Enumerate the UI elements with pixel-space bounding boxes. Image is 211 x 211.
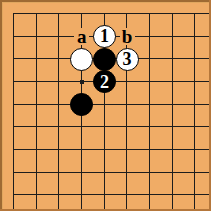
intersection-c5-r6 [93,116,116,139]
intersection-c6-r7 [116,138,139,161]
intersection-c6-r8 [116,161,139,184]
intersection-c5-r4: 2 [93,70,116,93]
intersection-c8-r7 [161,138,184,161]
intersection-c5-r1 [93,3,116,26]
intersection-c8-r6 [161,116,184,139]
intersection-c2-r9 [25,184,48,207]
intersection-c6-r4 [116,70,139,93]
point-label: b [120,28,135,45]
intersection-c3-r8 [48,161,71,184]
intersection-c1-r5 [3,93,26,116]
intersection-c4-r4 [70,70,93,93]
intersection-c7-r2 [138,25,161,48]
intersection-c4-r3 [70,48,93,71]
intersection-c1-r2 [3,25,26,48]
intersection-c6-r5 [116,93,139,116]
intersection-c4-r2: a [70,25,93,48]
intersection-c4-r1 [70,3,93,26]
black-stone: 2 [93,70,116,93]
intersection-c8-r8 [161,161,184,184]
intersection-c4-r9 [70,184,93,207]
intersection-c6-r2: b [116,25,139,48]
intersection-c9-r8 [184,161,207,184]
intersection-c4-r6 [70,116,93,139]
intersection-c5-r9 [93,184,116,207]
board-frame-left [0,0,2,211]
intersection-c2-r7 [25,138,48,161]
intersection-c1-r3 [3,48,26,71]
board-grid: a1b32 [3,3,207,207]
intersection-c2-r3 [25,48,48,71]
intersection-c8-r3 [161,48,184,71]
intersection-c8-r2 [161,25,184,48]
intersection-c2-r4 [25,70,48,93]
board-frame-bottom [0,209,211,211]
intersection-c7-r6 [138,116,161,139]
intersection-c1-r7 [3,138,26,161]
intersection-c9-r4 [184,70,207,93]
intersection-c4-r5 [70,93,93,116]
black-stone [93,48,116,71]
intersection-c3-r6 [48,116,71,139]
intersection-c9-r2 [184,25,207,48]
intersection-c1-r1 [3,3,26,26]
intersection-c3-r4 [48,70,71,93]
go-board-diagram: a1b32 [0,0,211,211]
intersection-c1-r6 [3,116,26,139]
intersection-c7-r9 [138,184,161,207]
white-stone: 1 [93,25,116,48]
star-point-marker [80,80,84,84]
intersection-c7-r1 [138,3,161,26]
intersection-c2-r5 [25,93,48,116]
intersection-c7-r8 [138,161,161,184]
intersection-c7-r7 [138,138,161,161]
intersection-c3-r2 [48,25,71,48]
intersection-c9-r6 [184,116,207,139]
move-number: 3 [123,50,132,68]
intersection-c9-r1 [184,3,207,26]
board-frame-top [0,0,211,2]
move-number: 1 [100,27,109,45]
intersection-c7-r4 [138,70,161,93]
intersection-c2-r8 [25,161,48,184]
intersection-c6-r9 [116,184,139,207]
white-stone: 3 [116,48,139,71]
intersection-c5-r5 [93,93,116,116]
intersection-c3-r5 [48,93,71,116]
intersection-c1-r4 [3,70,26,93]
intersection-c8-r1 [161,3,184,26]
intersection-c5-r2: 1 [93,25,116,48]
intersection-c1-r8 [3,161,26,184]
intersection-c4-r8 [70,161,93,184]
intersection-c6-r6 [116,116,139,139]
intersection-c8-r5 [161,93,184,116]
intersection-c9-r3 [184,48,207,71]
intersection-c5-r7 [93,138,116,161]
board-frame-right [209,0,211,211]
intersection-c8-r9 [161,184,184,207]
point-label: a [74,28,89,45]
intersection-c9-r7 [184,138,207,161]
intersection-c9-r5 [184,93,207,116]
white-stone [70,48,93,71]
intersection-c6-r1 [116,3,139,26]
intersection-c7-r5 [138,93,161,116]
intersection-c4-r7 [70,138,93,161]
frame-highlight-top [2,2,211,3]
intersection-c3-r1 [48,3,71,26]
intersection-c2-r1 [25,3,48,26]
intersection-c7-r3 [138,48,161,71]
intersection-c2-r2 [25,25,48,48]
intersection-c6-r3: 3 [116,48,139,71]
intersection-c3-r9 [48,184,71,207]
intersection-c5-r8 [93,161,116,184]
move-number: 2 [100,72,109,90]
intersection-c1-r9 [3,184,26,207]
intersection-c9-r9 [184,184,207,207]
intersection-c3-r3 [48,48,71,71]
intersection-c5-r3 [93,48,116,71]
frame-highlight-left [2,2,3,211]
black-stone [70,93,93,116]
intersection-c8-r4 [161,70,184,93]
intersection-c3-r7 [48,138,71,161]
intersection-c2-r6 [25,116,48,139]
